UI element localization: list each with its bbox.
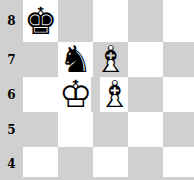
square-d5[interactable]: [128, 112, 163, 147]
rank-label-7: 7: [0, 42, 23, 77]
square-b5[interactable]: [58, 112, 93, 147]
black-king-a8: ♚: [24, 3, 57, 40]
white-king-b6: ♚♔: [59, 76, 92, 113]
square-c8[interactable]: [93, 0, 128, 42]
square-b4[interactable]: [58, 147, 93, 177]
square-a7[interactable]: [23, 42, 58, 77]
board-bottom-edge: [0, 177, 194, 180]
square-e4[interactable]: [163, 147, 194, 177]
rank-label-4: 4: [0, 147, 23, 180]
square-a8[interactable]: ♚: [23, 0, 58, 42]
square-c4[interactable]: [93, 147, 128, 177]
square-c7[interactable]: ♝♗: [93, 42, 128, 77]
rank-label-6: 6: [0, 77, 23, 112]
white-piece-outline-layer: ♔: [59, 73, 92, 116]
square-d8[interactable]: [128, 0, 163, 42]
square-b8[interactable]: [58, 0, 93, 42]
rank-label-5: 5: [0, 112, 23, 147]
square-d6[interactable]: [128, 77, 163, 112]
square-e8[interactable]: [163, 0, 194, 42]
white-bishop-c7: ♝♗: [94, 41, 127, 78]
white-piece-outline-layer: ♗: [94, 38, 127, 81]
square-a5[interactable]: [23, 112, 58, 147]
square-a4[interactable]: [23, 147, 58, 177]
square-b6[interactable]: ♚♔: [58, 77, 93, 112]
white-bishop-c6: ♝♗: [98, 76, 131, 113]
chess-diagram: 8 7 6 5 4 ♚♞♝♗♚♔♝♗: [0, 0, 194, 180]
square-c6[interactable]: ♝♗: [93, 77, 128, 112]
square-c5[interactable]: [93, 112, 128, 147]
square-e6[interactable]: [163, 77, 194, 112]
square-b7[interactable]: ♞: [58, 42, 93, 77]
square-d7[interactable]: [128, 42, 163, 77]
rank-label-8: 8: [0, 0, 23, 42]
rank-label-gutter: 8 7 6 5 4: [0, 0, 23, 180]
square-d4[interactable]: [128, 147, 163, 177]
square-a6[interactable]: [23, 77, 58, 112]
square-e5[interactable]: [163, 112, 194, 147]
square-e7[interactable]: [163, 42, 194, 77]
board: ♚♞♝♗♚♔♝♗: [23, 0, 194, 177]
